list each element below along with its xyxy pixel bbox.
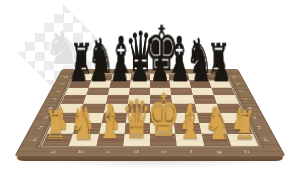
file-label-a: a [38, 150, 67, 154]
rank-label-6: 6 [52, 88, 65, 96]
file-label-c: c [94, 150, 122, 154]
file-label-g: g [205, 150, 234, 154]
file-coordinates: abcdefgh [38, 150, 261, 154]
board-field: ♜♞♝♛♚♝♞♜♟♟♟♟♟♟♟♟♟♟♟♟♟♟♟♟♜♞♝♛♚♝♞♜ [42, 74, 258, 146]
file-label-b: b [66, 150, 95, 154]
file-label-e: e [150, 150, 178, 154]
file-label-f: f [177, 150, 205, 154]
file-label-h: h [232, 150, 261, 154]
square-a6 [65, 88, 89, 96]
square-h1: ♜ [227, 134, 258, 146]
file-label-d: d [122, 150, 150, 154]
piece-white-rook: ♜ [223, 106, 266, 146]
square-h7: ♟ [209, 81, 232, 88]
piece-black-pawn: ♟ [205, 52, 237, 87]
rank-label-6: 6 [235, 88, 248, 96]
chess-board: ♜♞♝♛♚♝♞♜♟♟♟♟♟♟♟♟♟♟♟♟♟♟♟♟♜♞♝♛♚♝♞♜ abcdefg… [14, 69, 286, 157]
product-photo-chessboard: ♞ ♜♞♝♛♚♝♞♜♟♟♟♟♟♟♟♟♟♟♟♟♟♟♟♟♜♞♝♛♚♝♞♜ abcde… [0, 0, 300, 181]
square-h6 [211, 88, 235, 96]
